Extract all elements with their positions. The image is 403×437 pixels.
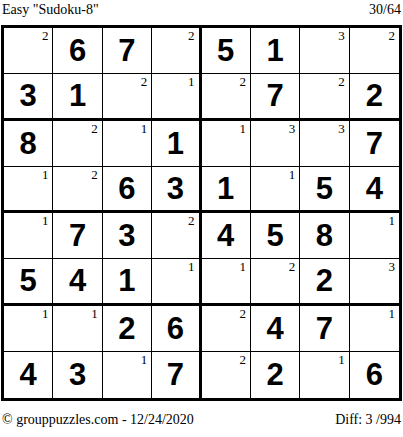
cell-r1c2[interactable]: 6: [53, 28, 102, 74]
cell-r8c5[interactable]: 2: [202, 352, 251, 398]
given-digit: 6: [53, 28, 101, 73]
cell-r3c5[interactable]: 1: [202, 121, 251, 167]
pencil-mark: 1: [289, 168, 296, 182]
pencil-mark: 2: [42, 29, 49, 43]
cell-r3c6[interactable]: 3: [251, 121, 300, 167]
cell-r5c2[interactable]: 7: [53, 213, 102, 259]
cell-r3c2[interactable]: 2: [53, 121, 102, 167]
cell-r1c6[interactable]: 1: [251, 28, 300, 74]
pencil-mark: 2: [91, 122, 98, 136]
cell-r1c8[interactable]: 2: [350, 28, 399, 74]
puzzle-page: Easy "Sudoku-8" 30/64 267251323121272282…: [0, 0, 403, 437]
pencil-mark: 2: [141, 75, 148, 89]
cell-r2c4[interactable]: 1: [152, 74, 201, 120]
cell-r6c2[interactable]: 4: [53, 259, 102, 305]
cell-r6c8[interactable]: 3: [350, 259, 399, 305]
cell-r1c1[interactable]: 2: [4, 28, 53, 74]
cell-r4c4[interactable]: 3: [152, 167, 201, 213]
cell-r4c7[interactable]: 5: [300, 167, 349, 213]
pencil-mark: 2: [91, 168, 98, 182]
cell-r2c1[interactable]: 3: [4, 74, 53, 120]
given-digit: 5: [202, 28, 250, 73]
footer: © grouppuzzles.com - 12/24/2020 Diff: 3 …: [0, 401, 403, 437]
given-digit: 1: [152, 121, 198, 166]
given-digit: 4: [53, 259, 101, 302]
pencil-mark: 1: [91, 307, 98, 321]
cell-r8c7[interactable]: 1: [300, 352, 349, 398]
given-digit: 7: [350, 121, 399, 166]
given-digit: 1: [103, 259, 151, 302]
cell-r3c3[interactable]: 1: [103, 121, 152, 167]
given-digit: 7: [251, 74, 299, 117]
pencil-mark: 3: [389, 260, 396, 274]
pencil-mark: 1: [188, 260, 195, 274]
pencil-mark: 3: [289, 122, 296, 136]
cell-r7c1[interactable]: 1: [4, 306, 53, 352]
cell-r2c2[interactable]: 1: [53, 74, 102, 120]
cell-r6c7[interactable]: 2: [300, 259, 349, 305]
puzzle-title: Easy "Sudoku-8": [2, 2, 99, 18]
pencil-mark: 1: [141, 122, 148, 136]
cell-r5c1[interactable]: 1: [4, 213, 53, 259]
cell-r1c4[interactable]: 2: [152, 28, 201, 74]
given-digit: 3: [53, 352, 101, 398]
given-digit: 2: [103, 306, 151, 351]
given-digit: 5: [251, 213, 299, 258]
cell-r5c4[interactable]: 2: [152, 213, 201, 259]
cell-r2c3[interactable]: 2: [103, 74, 152, 120]
cell-r7c5[interactable]: 2: [202, 306, 251, 352]
cell-r6c4[interactable]: 1: [152, 259, 201, 305]
given-digit: 4: [251, 306, 299, 351]
difficulty-text: Diff: 3 /994: [335, 412, 401, 428]
pencil-mark: 3: [338, 29, 345, 43]
pencil-mark: 1: [42, 214, 49, 228]
cell-r5c3[interactable]: 3: [103, 213, 152, 259]
pencil-mark: 2: [289, 260, 296, 274]
given-digit: 4: [4, 352, 52, 398]
given-digit: 5: [300, 167, 348, 210]
cell-r7c2[interactable]: 1: [53, 306, 102, 352]
given-digit: 3: [4, 74, 52, 117]
pencil-mark: 2: [338, 75, 345, 89]
given-digit: 3: [152, 167, 198, 210]
cell-r7c4[interactable]: 6: [152, 306, 201, 352]
cell-r8c4[interactable]: 7: [152, 352, 201, 398]
pencil-mark: 3: [338, 122, 345, 136]
pencil-mark: 1: [338, 353, 345, 367]
pencil-mark: 1: [42, 307, 49, 321]
given-digit: 2: [350, 74, 399, 117]
given-digit: 1: [251, 28, 299, 73]
given-digit: 7: [53, 213, 101, 258]
cell-r1c3[interactable]: 7: [103, 28, 152, 74]
cell-r5c6[interactable]: 5: [251, 213, 300, 259]
cell-r7c3[interactable]: 2: [103, 306, 152, 352]
given-digit: 6: [152, 306, 198, 351]
cell-r7c8[interactable]: 1: [350, 306, 399, 352]
given-digit: 7: [152, 352, 198, 398]
cell-r1c7[interactable]: 3: [300, 28, 349, 74]
copyright-text: © grouppuzzles.com - 12/24/2020: [2, 412, 194, 428]
pencil-mark: 1: [239, 260, 246, 274]
given-digit: 4: [350, 167, 399, 210]
given-digit: 2: [251, 352, 299, 398]
given-digit: 2: [300, 259, 348, 302]
given-digit: 8: [300, 213, 348, 258]
cell-r3c7[interactable]: 3: [300, 121, 349, 167]
pencil-mark: 1: [188, 75, 195, 89]
cell-r5c5[interactable]: 4: [202, 213, 251, 259]
cell-r4c1[interactable]: 1: [4, 167, 53, 213]
sudoku-board: 2672513231212722821113371263115417324581…: [1, 25, 402, 401]
given-digit: 1: [202, 167, 250, 210]
cell-r3c8[interactable]: 7: [350, 121, 399, 167]
cell-r6c3[interactable]: 1: [103, 259, 152, 305]
cell-r8c8[interactable]: 6: [350, 352, 399, 398]
given-digit: 3: [103, 213, 151, 258]
pencil-mark: 2: [239, 353, 246, 367]
given-digit: 6: [103, 167, 151, 210]
given-digit: 7: [300, 306, 348, 351]
pencil-mark: 2: [239, 75, 246, 89]
cell-r8c1[interactable]: 4: [4, 352, 53, 398]
cell-r4c3[interactable]: 6: [103, 167, 152, 213]
given-digit: 1: [53, 74, 101, 117]
pencil-mark: 1: [389, 307, 396, 321]
given-digit: 6: [350, 352, 399, 398]
cell-r7c6[interactable]: 4: [251, 306, 300, 352]
pencil-mark: 2: [188, 29, 195, 43]
cell-r3c1[interactable]: 8: [4, 121, 53, 167]
cell-r3c4[interactable]: 1: [152, 121, 201, 167]
cell-r4c5[interactable]: 1: [202, 167, 251, 213]
pencil-mark: 2: [389, 29, 396, 43]
given-digit: 7: [103, 28, 151, 73]
cell-r2c5[interactable]: 2: [202, 74, 251, 120]
cell-r4c2[interactable]: 2: [53, 167, 102, 213]
pencil-mark: 1: [389, 214, 396, 228]
cell-r5c7[interactable]: 8: [300, 213, 349, 259]
cell-r2c7[interactable]: 2: [300, 74, 349, 120]
cell-r6c1[interactable]: 5: [4, 259, 53, 305]
given-digit: 5: [4, 259, 52, 302]
cell-r2c8[interactable]: 2: [350, 74, 399, 120]
header: Easy "Sudoku-8" 30/64: [0, 0, 403, 25]
given-digit: 8: [4, 121, 52, 166]
cell-r4c8[interactable]: 4: [350, 167, 399, 213]
pencil-mark: 2: [239, 307, 246, 321]
cell-r4c6[interactable]: 1: [251, 167, 300, 213]
given-digit: 4: [202, 213, 250, 258]
cell-r5c8[interactable]: 1: [350, 213, 399, 259]
pencil-mark: 2: [188, 214, 195, 228]
cell-r8c3[interactable]: 1: [103, 352, 152, 398]
cell-r7c7[interactable]: 7: [300, 306, 349, 352]
cell-r8c6[interactable]: 2: [251, 352, 300, 398]
cell-r6c5[interactable]: 1: [202, 259, 251, 305]
cell-r2c6[interactable]: 7: [251, 74, 300, 120]
cell-r6c6[interactable]: 2: [251, 259, 300, 305]
pencil-mark: 1: [239, 122, 246, 136]
pencil-mark: 1: [141, 353, 148, 367]
cell-r8c2[interactable]: 3: [53, 352, 102, 398]
pencil-mark: 1: [42, 168, 49, 182]
remaining-counter: 30/64: [369, 2, 401, 18]
cell-r1c5[interactable]: 5: [202, 28, 251, 74]
